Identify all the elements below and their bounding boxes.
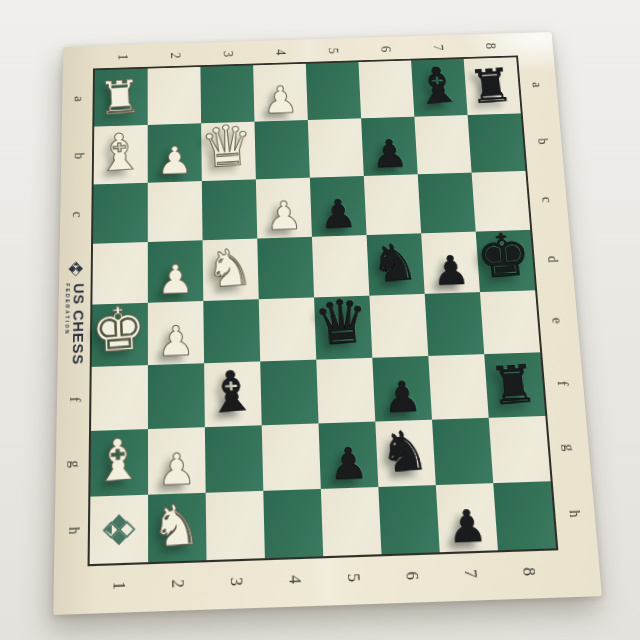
white-bishop-b1[interactable]: ♝ — [95, 126, 145, 180]
white-pawn-e2[interactable]: ♟ — [157, 321, 195, 363]
square-b5[interactable] — [308, 118, 364, 177]
square-g3[interactable] — [205, 425, 263, 492]
white-rook-a1[interactable]: ♜ — [97, 73, 143, 122]
file-right-label-d: d — [536, 229, 567, 290]
file-left-label-a: a — [67, 70, 91, 127]
square-b8[interactable] — [468, 113, 526, 172]
knight-diamond-icon — [98, 507, 140, 551]
file-left-label-h: h — [59, 497, 85, 565]
square-g8[interactable] — [489, 416, 551, 483]
square-f4[interactable] — [260, 360, 318, 426]
square-e2[interactable]: ♟ — [148, 301, 204, 365]
square-f2[interactable] — [148, 363, 205, 429]
square-g2[interactable]: ♟ — [148, 427, 206, 495]
white-knight-d3[interactable]: ♞ — [204, 242, 255, 297]
square-b7[interactable] — [414, 115, 471, 174]
square-f5[interactable] — [316, 358, 375, 424]
square-c5[interactable]: ♟ — [310, 176, 367, 237]
square-f6[interactable]: ♟ — [372, 356, 432, 422]
knight-diamond-icon — [66, 259, 86, 279]
square-c3[interactable] — [202, 179, 257, 240]
us-chess-federation-logo: US CHESS FEDERATION — [58, 246, 93, 372]
rank-top-label-5: 5 — [305, 40, 358, 61]
square-a6[interactable] — [358, 60, 414, 118]
white-knight-h2[interactable]: ♞ — [150, 496, 203, 557]
square-a5[interactable] — [306, 62, 361, 120]
black-bishop-f3[interactable]: ♝ — [205, 363, 259, 423]
file-right-label-e: e — [541, 289, 572, 352]
square-g6[interactable]: ♞ — [375, 420, 436, 487]
photo-scene: ♜♟♝♜♝♟♛♟♟♟♟♞♞♟♚♚♟♛♝♟♜♝♟♟♞ ♞♟ 12345678 12… — [53, 32, 602, 615]
square-g5[interactable]: ♟ — [319, 422, 379, 489]
square-a1[interactable]: ♜ — [94, 69, 147, 127]
black-knight-g6[interactable]: ♞ — [377, 423, 431, 482]
file-right-label-f: f — [546, 351, 578, 415]
black-pawn-f6[interactable]: ♟ — [382, 376, 422, 419]
square-d7[interactable]: ♟ — [421, 232, 480, 294]
file-left-label-b: b — [66, 127, 90, 186]
square-h4[interactable] — [263, 489, 323, 558]
black-rook-f8[interactable]: ♜ — [487, 357, 540, 412]
file-right-label-c: c — [531, 170, 561, 230]
square-f7[interactable] — [428, 354, 488, 420]
rank-top-label-1: 1 — [95, 47, 148, 68]
black-knight-d6[interactable]: ♞ — [368, 236, 420, 290]
square-e8[interactable] — [480, 290, 540, 354]
square-f8[interactable]: ♜ — [484, 352, 545, 417]
rank-top-label-3: 3 — [200, 44, 253, 65]
square-c6[interactable] — [364, 174, 421, 235]
white-pawn-d2[interactable]: ♟ — [157, 259, 194, 300]
rank-bottom-label-7: 7 — [440, 554, 501, 592]
rank-bottom-label-3: 3 — [207, 562, 266, 601]
file-right-label-h: h — [557, 480, 590, 548]
square-a4[interactable]: ♟ — [253, 64, 308, 122]
black-queen-e5[interactable]: ♛ — [312, 291, 372, 355]
square-d2[interactable]: ♟ — [148, 240, 204, 303]
white-queen-b3[interactable]: ♛ — [199, 117, 256, 177]
knight-diamond-icon — [66, 259, 86, 279]
square-c1[interactable] — [93, 183, 148, 244]
white-pawn-g2[interactable]: ♟ — [157, 448, 196, 493]
square-d6[interactable]: ♞ — [367, 233, 425, 295]
rank-top-label-8: 8 — [462, 36, 516, 57]
black-pawn-h7[interactable]: ♟ — [446, 504, 488, 550]
square-e7[interactable] — [425, 292, 485, 356]
square-b1[interactable]: ♝ — [94, 125, 148, 185]
file-right-label-g: g — [551, 415, 583, 481]
square-h7[interactable]: ♟ — [436, 483, 498, 552]
square-b2[interactable]: ♟ — [148, 123, 202, 182]
logo-title: US CHESS — [71, 283, 87, 366]
vinyl-chess-mat: ♜♟♝♜♝♟♛♟♟♟♟♞♞♟♚♚♟♛♝♟♜♝♟♟♞ ♞♟ 12345678 12… — [53, 32, 602, 615]
file-right-label-b: b — [526, 112, 556, 170]
square-e1[interactable]: ♚ — [92, 303, 148, 367]
square-c4[interactable]: ♟ — [256, 178, 312, 239]
square-a2[interactable] — [148, 67, 201, 125]
file-right-label-a: a — [522, 56, 551, 113]
square-h8[interactable] — [493, 481, 556, 550]
square-h3[interactable] — [206, 491, 265, 560]
black-pawn-b6[interactable]: ♟ — [371, 135, 409, 174]
black-pawn-c5[interactable]: ♟ — [319, 195, 357, 235]
black-king-d8[interactable]: ♚ — [473, 225, 534, 287]
logo-subtitle: FEDERATION — [64, 283, 71, 365]
square-h5[interactable] — [321, 487, 382, 556]
file-left-label-f: f — [62, 367, 87, 432]
rank-bottom-label-8: 8 — [498, 553, 559, 591]
white-bishop-g1[interactable]: ♝ — [92, 430, 146, 491]
rank-bottom-label-1: 1 — [89, 566, 148, 605]
black-pawn-g5[interactable]: ♟ — [329, 442, 369, 486]
square-e5[interactable]: ♛ — [314, 296, 372, 360]
square-b3[interactable]: ♛ — [201, 122, 256, 181]
chess-board: ♜♟♝♜♝♟♛♟♟♟♟♞♞♟♚♚♟♛♝♟♜♝♟♟♞ ♞♟ — [90, 57, 556, 564]
square-f1[interactable] — [91, 365, 148, 431]
square-h2[interactable]: ♞ — [148, 493, 206, 562]
square-h1[interactable] — [90, 495, 148, 564]
square-c7[interactable] — [418, 173, 476, 234]
square-g4[interactable] — [262, 423, 321, 490]
square-d4[interactable] — [257, 237, 314, 299]
black-rook-a8[interactable]: ♜ — [466, 62, 515, 111]
black-pawn-d7[interactable]: ♟ — [431, 251, 471, 292]
square-c2[interactable] — [148, 181, 203, 242]
square-e6[interactable] — [369, 294, 428, 358]
square-b4[interactable] — [254, 120, 309, 179]
white-pawn-c4[interactable]: ♟ — [265, 196, 303, 236]
white-pawn-b2[interactable]: ♟ — [157, 141, 193, 180]
square-d3[interactable]: ♞ — [203, 239, 259, 301]
rank-top-label-4: 4 — [253, 42, 306, 63]
square-e4[interactable] — [259, 297, 317, 361]
square-f3[interactable]: ♝ — [204, 361, 262, 427]
file-left-label-c: c — [65, 185, 89, 245]
white-king-e1[interactable]: ♚ — [90, 298, 148, 362]
square-e3[interactable] — [203, 299, 260, 363]
square-a7[interactable]: ♝ — [411, 59, 467, 117]
square-d8[interactable]: ♚ — [476, 230, 535, 292]
square-h6[interactable] — [378, 485, 439, 554]
rank-bottom-label-4: 4 — [265, 560, 325, 599]
file-left-label-g: g — [60, 431, 85, 498]
rank-bottom-label-2: 2 — [148, 564, 207, 603]
rank-top-label-2: 2 — [148, 45, 201, 66]
square-b6[interactable]: ♟ — [361, 117, 418, 176]
square-g1[interactable]: ♝ — [90, 429, 148, 497]
black-bishop-a7[interactable]: ♝ — [412, 60, 465, 112]
rank-bottom-label-5: 5 — [323, 558, 383, 597]
rank-bottom-label-6: 6 — [382, 556, 442, 594]
square-a8[interactable]: ♜ — [464, 57, 521, 115]
white-pawn-a4[interactable]: ♟ — [262, 81, 299, 119]
square-g7[interactable] — [432, 418, 493, 485]
rank-top-label-6: 6 — [357, 39, 410, 60]
